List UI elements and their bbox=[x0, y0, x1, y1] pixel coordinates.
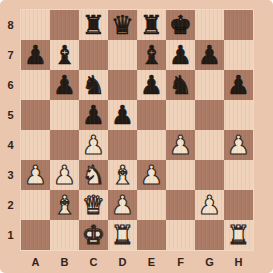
file-label-h: H bbox=[224, 250, 253, 273]
piece-black-pawn: ♟ bbox=[108, 100, 137, 130]
square-a8[interactable] bbox=[21, 10, 50, 40]
piece-black-pawn: ♟ bbox=[224, 70, 253, 100]
piece-black-king: ♚ bbox=[166, 10, 195, 40]
piece-white-rook: ♜ bbox=[224, 220, 253, 250]
square-d3[interactable]: ♝ bbox=[108, 160, 137, 190]
piece-white-pawn: ♟ bbox=[108, 190, 137, 220]
square-e6[interactable]: ♟ bbox=[137, 70, 166, 100]
rank-label-4: 4 bbox=[0, 130, 21, 160]
rank-label-7: 7 bbox=[0, 40, 21, 70]
square-a6[interactable] bbox=[21, 70, 50, 100]
square-a2[interactable] bbox=[21, 190, 50, 220]
square-f4[interactable]: ♟ bbox=[166, 130, 195, 160]
piece-black-rook: ♜ bbox=[79, 10, 108, 40]
square-c7[interactable] bbox=[79, 40, 108, 70]
square-e2[interactable] bbox=[137, 190, 166, 220]
square-g5[interactable] bbox=[195, 100, 224, 130]
square-c8[interactable]: ♜ bbox=[79, 10, 108, 40]
square-g6[interactable] bbox=[195, 70, 224, 100]
square-d6[interactable] bbox=[108, 70, 137, 100]
piece-white-queen: ♛ bbox=[79, 190, 108, 220]
square-b8[interactable] bbox=[50, 10, 79, 40]
square-b2[interactable]: ♝ bbox=[50, 190, 79, 220]
square-h8[interactable] bbox=[224, 10, 253, 40]
square-f1[interactable] bbox=[166, 220, 195, 250]
square-b5[interactable] bbox=[50, 100, 79, 130]
square-b3[interactable]: ♟ bbox=[50, 160, 79, 190]
square-c2[interactable]: ♛ bbox=[79, 190, 108, 220]
square-c5[interactable]: ♟ bbox=[79, 100, 108, 130]
piece-white-pawn: ♟ bbox=[79, 130, 108, 160]
rank-labels: 87654321 bbox=[0, 10, 21, 250]
rank-label-5: 5 bbox=[0, 100, 21, 130]
square-b4[interactable] bbox=[50, 130, 79, 160]
piece-black-pawn: ♟ bbox=[166, 40, 195, 70]
square-h7[interactable] bbox=[224, 40, 253, 70]
square-a4[interactable] bbox=[21, 130, 50, 160]
file-label-a: A bbox=[21, 250, 50, 273]
square-c6[interactable]: ♞ bbox=[79, 70, 108, 100]
square-h1[interactable]: ♜ bbox=[224, 220, 253, 250]
piece-white-pawn: ♟ bbox=[195, 190, 224, 220]
square-f3[interactable] bbox=[166, 160, 195, 190]
square-a5[interactable] bbox=[21, 100, 50, 130]
piece-white-pawn: ♟ bbox=[50, 160, 79, 190]
piece-white-pawn: ♟ bbox=[166, 130, 195, 160]
square-g1[interactable] bbox=[195, 220, 224, 250]
piece-black-pawn: ♟ bbox=[79, 100, 108, 130]
rank-label-8: 8 bbox=[0, 10, 21, 40]
square-f7[interactable]: ♟ bbox=[166, 40, 195, 70]
square-d4[interactable] bbox=[108, 130, 137, 160]
square-g7[interactable]: ♟ bbox=[195, 40, 224, 70]
square-f2[interactable] bbox=[166, 190, 195, 220]
square-d5[interactable]: ♟ bbox=[108, 100, 137, 130]
square-g3[interactable] bbox=[195, 160, 224, 190]
piece-white-pawn: ♟ bbox=[21, 160, 50, 190]
file-label-b: B bbox=[50, 250, 79, 273]
square-c3[interactable]: ♞ bbox=[79, 160, 108, 190]
square-h6[interactable]: ♟ bbox=[224, 70, 253, 100]
piece-white-king: ♚ bbox=[79, 220, 108, 250]
piece-white-bishop: ♝ bbox=[50, 190, 79, 220]
piece-white-knight: ♞ bbox=[79, 160, 108, 190]
square-d1[interactable]: ♜ bbox=[108, 220, 137, 250]
square-h3[interactable] bbox=[224, 160, 253, 190]
square-h4[interactable]: ♟ bbox=[224, 130, 253, 160]
square-b7[interactable]: ♝ bbox=[50, 40, 79, 70]
file-label-d: D bbox=[108, 250, 137, 273]
piece-black-pawn: ♟ bbox=[137, 70, 166, 100]
piece-white-pawn: ♟ bbox=[224, 130, 253, 160]
square-f5[interactable] bbox=[166, 100, 195, 130]
piece-white-bishop: ♝ bbox=[108, 160, 137, 190]
square-b1[interactable] bbox=[50, 220, 79, 250]
piece-white-pawn: ♟ bbox=[137, 160, 166, 190]
rank-label-2: 2 bbox=[0, 190, 21, 220]
square-d2[interactable]: ♟ bbox=[108, 190, 137, 220]
square-d7[interactable] bbox=[108, 40, 137, 70]
piece-black-rook: ♜ bbox=[137, 10, 166, 40]
square-b6[interactable]: ♟ bbox=[50, 70, 79, 100]
rank-label-6: 6 bbox=[0, 70, 21, 100]
piece-black-knight: ♞ bbox=[79, 70, 108, 100]
square-h2[interactable] bbox=[224, 190, 253, 220]
square-e7[interactable]: ♝ bbox=[137, 40, 166, 70]
file-labels: ABCDEFGH bbox=[21, 250, 253, 273]
square-f8[interactable]: ♚ bbox=[166, 10, 195, 40]
square-g4[interactable] bbox=[195, 130, 224, 160]
chess-board-screenshot: 87654321 ♜♛♜♚♟♝♝♟♟♟♞♟♞♟♟♟♟♟♟♟♟♞♝♟♝♛♟♟♚♜♜… bbox=[0, 0, 273, 273]
square-e3[interactable]: ♟ bbox=[137, 160, 166, 190]
piece-black-queen: ♛ bbox=[108, 10, 137, 40]
square-a7[interactable]: ♟ bbox=[21, 40, 50, 70]
square-g8[interactable] bbox=[195, 10, 224, 40]
square-e4[interactable] bbox=[137, 130, 166, 160]
square-c1[interactable]: ♚ bbox=[79, 220, 108, 250]
file-label-f: F bbox=[166, 250, 195, 273]
piece-black-bishop: ♝ bbox=[50, 40, 79, 70]
rank-label-1: 1 bbox=[0, 220, 21, 250]
square-a1[interactable] bbox=[21, 220, 50, 250]
square-h5[interactable] bbox=[224, 100, 253, 130]
piece-black-bishop: ♝ bbox=[137, 40, 166, 70]
piece-black-knight: ♞ bbox=[166, 70, 195, 100]
file-label-c: C bbox=[79, 250, 108, 273]
square-d8[interactable]: ♛ bbox=[108, 10, 137, 40]
square-a3[interactable]: ♟ bbox=[21, 160, 50, 190]
square-e8[interactable]: ♜ bbox=[137, 10, 166, 40]
piece-black-pawn: ♟ bbox=[21, 40, 50, 70]
file-label-e: E bbox=[137, 250, 166, 273]
piece-black-pawn: ♟ bbox=[195, 40, 224, 70]
file-label-g: G bbox=[195, 250, 224, 273]
square-f6[interactable]: ♞ bbox=[166, 70, 195, 100]
piece-black-pawn: ♟ bbox=[50, 70, 79, 100]
chess-board: ♜♛♜♚♟♝♝♟♟♟♞♟♞♟♟♟♟♟♟♟♟♞♝♟♝♛♟♟♚♜♜ bbox=[21, 10, 253, 250]
square-e5[interactable] bbox=[137, 100, 166, 130]
piece-white-rook: ♜ bbox=[108, 220, 137, 250]
square-g2[interactable]: ♟ bbox=[195, 190, 224, 220]
square-e1[interactable] bbox=[137, 220, 166, 250]
square-c4[interactable]: ♟ bbox=[79, 130, 108, 160]
rank-label-3: 3 bbox=[0, 160, 21, 190]
